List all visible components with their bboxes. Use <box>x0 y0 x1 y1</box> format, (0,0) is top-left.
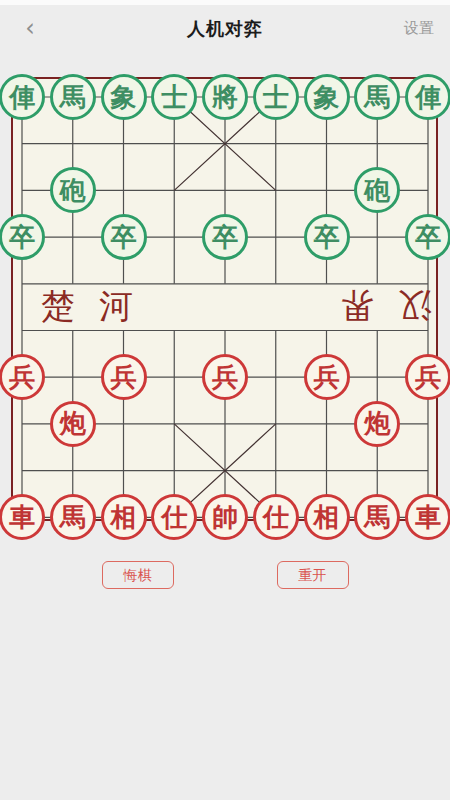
piece-green-將[interactable]: 將 <box>202 74 248 120</box>
piece-red-兵[interactable]: 兵 <box>405 354 450 400</box>
undo-button[interactable]: 悔棋 <box>102 561 174 589</box>
piece-green-象[interactable]: 象 <box>101 74 147 120</box>
piece-green-卒[interactable]: 卒 <box>405 214 450 260</box>
piece-red-仕[interactable]: 仕 <box>151 494 197 540</box>
piece-red-炮[interactable]: 炮 <box>50 401 96 447</box>
piece-red-兵[interactable]: 兵 <box>202 354 248 400</box>
piece-green-俥[interactable]: 俥 <box>0 74 45 120</box>
back-chevron-icon[interactable]: ‹ <box>14 13 46 45</box>
settings-button[interactable]: 设置 <box>404 19 434 38</box>
piece-red-仕[interactable]: 仕 <box>253 494 299 540</box>
piece-red-相[interactable]: 相 <box>304 494 350 540</box>
river-label-chu-he: 楚河 <box>41 286 157 326</box>
piece-green-馬[interactable]: 馬 <box>354 74 400 120</box>
xiangqi-board[interactable]: 楚河 汉界 俥馬象士將士象馬俥砲砲卒卒卒卒卒兵兵兵兵兵炮炮車馬相仕帥仕相馬車 <box>11 77 438 521</box>
piece-green-馬[interactable]: 馬 <box>50 74 96 120</box>
piece-red-相[interactable]: 相 <box>101 494 147 540</box>
piece-green-俥[interactable]: 俥 <box>405 74 450 120</box>
piece-green-卒[interactable]: 卒 <box>0 214 45 260</box>
header: ‹ 人机对弈 设置 <box>0 5 450 53</box>
restart-button[interactable]: 重开 <box>277 561 349 589</box>
piece-green-卒[interactable]: 卒 <box>202 214 248 260</box>
piece-red-車[interactable]: 車 <box>405 494 450 540</box>
piece-green-士[interactable]: 士 <box>253 74 299 120</box>
piece-green-卒[interactable]: 卒 <box>101 214 147 260</box>
piece-red-車[interactable]: 車 <box>0 494 45 540</box>
piece-green-象[interactable]: 象 <box>304 74 350 120</box>
piece-red-帥[interactable]: 帥 <box>202 494 248 540</box>
piece-green-砲[interactable]: 砲 <box>50 167 96 213</box>
piece-red-馬[interactable]: 馬 <box>50 494 96 540</box>
controls-bar: 悔棋 重开 <box>0 561 450 591</box>
river-label-han-jie: 汉界 <box>316 286 432 326</box>
page-title: 人机对弈 <box>187 17 263 41</box>
piece-green-卒[interactable]: 卒 <box>304 214 350 260</box>
piece-red-馬[interactable]: 馬 <box>354 494 400 540</box>
piece-red-兵[interactable]: 兵 <box>101 354 147 400</box>
piece-green-士[interactable]: 士 <box>151 74 197 120</box>
piece-red-炮[interactable]: 炮 <box>354 401 400 447</box>
piece-red-兵[interactable]: 兵 <box>304 354 350 400</box>
